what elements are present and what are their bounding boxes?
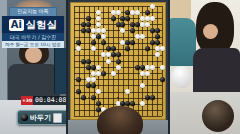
black-stone <box>155 34 160 39</box>
banner-ribbon: 인공지능 바둑 <box>9 7 57 16</box>
black-stone <box>86 16 91 21</box>
dark-stone-bowl <box>202 100 234 132</box>
hoshi-point <box>147 60 149 62</box>
panel-divider-right <box>168 0 170 134</box>
black-player-name: 바두기 <box>30 113 51 123</box>
black-stone <box>91 95 96 100</box>
black-stone <box>96 101 101 106</box>
black-stone <box>76 89 81 94</box>
show-banner: 인공지능 바둑 Ai 실험실 대국 바두기 / 김수진 매주 월~금 오전 10… <box>2 7 64 48</box>
white-stone <box>96 16 101 21</box>
white-stone <box>140 34 145 39</box>
white-stone <box>155 52 160 57</box>
white-stone <box>96 89 101 94</box>
right-camera-panel: 00:00:22 +30 김수진 9단 <box>169 0 240 134</box>
left-camera-panel: 인공지능 바둑 Ai 실험실 대국 바두기 / 김수진 매주 월~금 오전 10… <box>0 0 67 134</box>
black-stone <box>145 10 150 15</box>
black-stone <box>145 46 150 51</box>
white-stone <box>91 77 96 82</box>
black-stone <box>86 59 91 64</box>
white-stone <box>101 34 106 39</box>
white-stone-bowl <box>171 66 192 88</box>
black-name-plate: 바두기 <box>17 110 69 125</box>
black-stone <box>116 52 121 57</box>
white-stone <box>91 46 96 51</box>
black-stone <box>101 71 106 76</box>
banner-schedule: 매주 월~금 오전 10시 방송 <box>2 41 64 48</box>
black-stone <box>130 40 135 45</box>
black-bonus-badge: +30 <box>21 96 33 105</box>
white-stone <box>160 46 165 51</box>
black-stone <box>111 46 116 51</box>
teal-chair <box>169 18 196 66</box>
black-stone <box>150 40 155 45</box>
white-stone <box>116 65 121 70</box>
black-stone <box>91 40 96 45</box>
panel-divider-left <box>66 0 68 134</box>
banner-title-text: 실험실 <box>26 18 58 32</box>
black-stone <box>111 52 116 57</box>
white-stone <box>145 22 150 27</box>
white-stone <box>111 71 116 76</box>
white-stone <box>106 52 111 57</box>
white-stone <box>96 10 101 15</box>
white-player-torso <box>193 48 240 94</box>
white-player-face <box>203 24 218 39</box>
white-stone <box>150 4 155 9</box>
black-stone <box>155 28 160 33</box>
banner-title: Ai 실험실 <box>2 16 64 33</box>
go-board <box>70 2 166 120</box>
white-stone <box>150 16 155 21</box>
white-stone <box>160 65 165 70</box>
black-capture-box <box>53 113 62 123</box>
white-stone <box>150 65 155 70</box>
white-stone <box>96 22 101 27</box>
black-stone <box>91 83 96 88</box>
white-stone <box>116 10 121 15</box>
commentator-face <box>25 47 42 63</box>
black-stone <box>155 40 160 45</box>
black-stone <box>160 77 165 82</box>
white-stone <box>76 46 81 51</box>
black-clock: +30 00:04:08 <box>21 96 68 105</box>
black-stone <box>86 22 91 27</box>
white-stone <box>96 65 101 70</box>
black-stone <box>125 16 130 21</box>
black-stone <box>111 16 116 21</box>
black-stone <box>125 46 130 51</box>
white-stone <box>140 83 145 88</box>
black-stone <box>150 95 155 100</box>
white-stone <box>125 89 130 94</box>
black-stone-icon <box>21 114 28 121</box>
black-stone <box>76 77 81 82</box>
black-clock-digits: 00:04:08 <box>33 96 68 105</box>
white-stone <box>111 10 116 15</box>
white-stone <box>140 101 145 106</box>
player-head-occlusion <box>97 106 143 134</box>
black-stone <box>101 40 106 45</box>
white-stone <box>106 59 111 64</box>
banner-ai-logo: Ai <box>9 19 24 31</box>
black-stone <box>76 40 81 45</box>
black-stone <box>120 22 125 27</box>
white-stone <box>101 28 106 33</box>
black-stone <box>116 59 121 64</box>
white-stone <box>120 28 125 33</box>
black-stone <box>130 28 135 33</box>
black-stone <box>106 46 111 51</box>
white-stone <box>155 46 160 51</box>
black-stone <box>150 28 155 33</box>
broadcast-frame: 인공지능 바둑 Ai 실험실 대국 바두기 / 김수진 매주 월~금 오전 10… <box>0 0 240 134</box>
white-stone <box>135 10 140 15</box>
board-camera-panel <box>67 0 169 134</box>
black-stone <box>81 95 86 100</box>
banner-subtitle: 대국 바두기 / 김수진 <box>2 33 64 41</box>
black-stone <box>130 101 135 106</box>
white-stone <box>145 71 150 76</box>
